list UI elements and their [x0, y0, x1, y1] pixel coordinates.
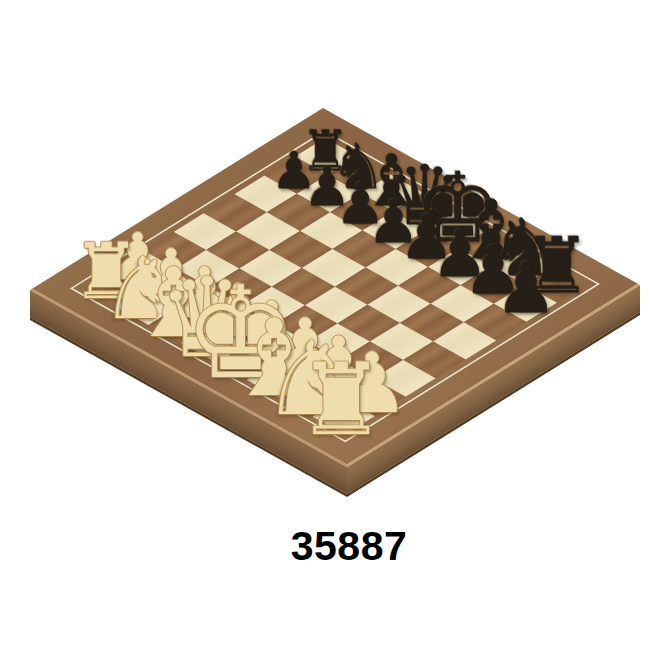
- piece-white-rook-h1: ♜: [297, 349, 386, 448]
- piece-black-pawn-h7: ♟: [495, 253, 558, 323]
- chess-set-product-photo: ♜♞♝♛♚♝♞♜♟♟♟♟♟♟♟♟♟♟♟♟♟♟♟♟♜♞♝♛♚♝♞♜ 35887: [0, 0, 650, 650]
- product-number: 35887: [24, 523, 650, 570]
